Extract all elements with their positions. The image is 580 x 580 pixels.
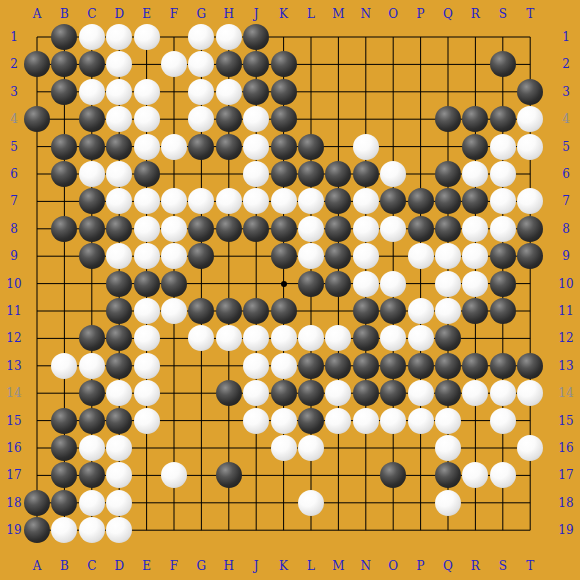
row-label-right: 4	[562, 113, 570, 125]
col-label-bottom: G	[197, 560, 207, 572]
stone-white[interactable]	[134, 106, 160, 132]
col-label-bottom: T	[526, 560, 534, 572]
stone-black[interactable]	[490, 298, 516, 324]
stone-black[interactable]	[79, 216, 105, 242]
row-label-left: 5	[10, 141, 18, 153]
stone-white[interactable]	[216, 325, 242, 351]
stone-black[interactable]	[51, 79, 77, 105]
col-label-bottom: C	[87, 560, 96, 572]
stone-white[interactable]	[271, 435, 297, 461]
row-label-left: 6	[10, 168, 18, 180]
stone-black[interactable]	[51, 134, 77, 160]
stone-white[interactable]	[435, 243, 461, 269]
row-label-right: 1	[562, 31, 570, 43]
stone-white[interactable]	[106, 161, 132, 187]
col-label-top: K	[279, 8, 288, 20]
stone-white[interactable]	[79, 353, 105, 379]
col-label-bottom: H	[224, 560, 234, 572]
stone-white[interactable]	[435, 271, 461, 297]
row-label-left: 19	[6, 524, 21, 536]
stone-black[interactable]	[106, 353, 132, 379]
stone-black[interactable]	[298, 161, 324, 187]
row-label-right: 6	[562, 168, 570, 180]
stone-black[interactable]	[216, 462, 242, 488]
stone-white[interactable]	[134, 243, 160, 269]
stone-black[interactable]	[517, 216, 543, 242]
stone-black[interactable]	[79, 134, 105, 160]
stone-black[interactable]	[106, 298, 132, 324]
stone-white[interactable]	[490, 188, 516, 214]
col-label-top: P	[417, 8, 425, 20]
stone-black[interactable]	[298, 134, 324, 160]
stone-black[interactable]	[271, 243, 297, 269]
stone-white[interactable]	[243, 134, 269, 160]
row-label-right: 11	[558, 305, 573, 317]
stone-black[interactable]	[216, 298, 242, 324]
row-label-right: 15	[558, 415, 573, 427]
stone-white[interactable]	[435, 490, 461, 516]
stone-white[interactable]	[79, 435, 105, 461]
stone-white[interactable]	[216, 24, 242, 50]
col-label-bottom: E	[142, 560, 151, 572]
row-label-right: 14	[558, 387, 573, 399]
stone-white[interactable]	[106, 490, 132, 516]
stone-white[interactable]	[243, 353, 269, 379]
stone-black[interactable]	[271, 161, 297, 187]
stone-white[interactable]	[408, 408, 434, 434]
row-label-right: 5	[562, 141, 570, 153]
stone-white[interactable]	[51, 353, 77, 379]
star-point	[281, 281, 287, 287]
stone-black[interactable]	[435, 380, 461, 406]
stone-white[interactable]	[161, 243, 187, 269]
row-label-left: 8	[10, 223, 18, 235]
stone-black[interactable]	[271, 216, 297, 242]
col-label-top: L	[307, 8, 315, 20]
stone-black[interactable]	[490, 271, 516, 297]
stone-white[interactable]	[134, 325, 160, 351]
col-label-bottom: N	[361, 560, 372, 572]
stone-white[interactable]	[353, 216, 379, 242]
stone-white[interactable]	[408, 298, 434, 324]
row-label-right: 17	[558, 469, 573, 481]
stone-white[interactable]	[517, 435, 543, 461]
stone-white[interactable]	[271, 325, 297, 351]
stone-white[interactable]	[216, 79, 242, 105]
stone-white[interactable]	[134, 24, 160, 50]
stone-white[interactable]	[408, 380, 434, 406]
stone-black[interactable]	[298, 380, 324, 406]
stone-white[interactable]	[134, 134, 160, 160]
stone-white[interactable]	[79, 79, 105, 105]
row-label-left: 17	[6, 469, 21, 481]
stone-black[interactable]	[325, 271, 351, 297]
row-label-left: 4	[10, 113, 18, 125]
stone-black[interactable]	[271, 298, 297, 324]
stone-white[interactable]	[134, 298, 160, 324]
row-label-right: 3	[562, 86, 570, 98]
stone-white[interactable]	[243, 408, 269, 434]
stone-black[interactable]	[51, 216, 77, 242]
stone-black[interactable]	[106, 408, 132, 434]
stone-white[interactable]	[490, 161, 516, 187]
row-label-left: 18	[6, 497, 21, 509]
stone-white[interactable]	[106, 24, 132, 50]
row-label-left: 9	[10, 250, 18, 262]
col-label-bottom: K	[279, 560, 288, 572]
col-label-top: H	[224, 8, 234, 20]
stone-white[interactable]	[408, 243, 434, 269]
stone-black[interactable]	[106, 271, 132, 297]
col-label-top: A	[33, 8, 42, 20]
row-label-left: 7	[10, 195, 18, 207]
stone-black[interactable]	[106, 216, 132, 242]
row-label-left: 1	[10, 31, 18, 43]
row-label-left: 15	[6, 415, 21, 427]
stone-white[interactable]	[353, 134, 379, 160]
stone-black[interactable]	[216, 51, 242, 77]
stone-black[interactable]	[353, 325, 379, 351]
stone-black[interactable]	[79, 380, 105, 406]
col-label-top: J	[254, 8, 259, 20]
stone-white[interactable]	[79, 24, 105, 50]
stone-white[interactable]	[462, 216, 488, 242]
stone-white[interactable]	[188, 79, 214, 105]
row-label-left: 10	[6, 278, 21, 290]
stone-white[interactable]	[271, 353, 297, 379]
stone-black[interactable]	[243, 298, 269, 324]
goban[interactable]: AABBCCDDEEFFGGHHJJKKLLMMNNOOPPQQRRSSTT11…	[0, 0, 580, 580]
stone-black[interactable]	[353, 298, 379, 324]
stone-white[interactable]	[435, 408, 461, 434]
stone-black[interactable]	[325, 353, 351, 379]
col-label-bottom: R	[471, 560, 480, 572]
stone-black[interactable]	[79, 188, 105, 214]
stone-black[interactable]	[298, 271, 324, 297]
stone-white[interactable]	[134, 216, 160, 242]
stone-white[interactable]	[134, 380, 160, 406]
col-label-bottom: F	[170, 560, 178, 572]
col-label-top: R	[471, 8, 480, 20]
row-label-left: 16	[6, 442, 21, 454]
col-label-top: C	[87, 8, 96, 20]
stone-white[interactable]	[435, 435, 461, 461]
stone-black[interactable]	[490, 51, 516, 77]
stone-black[interactable]	[271, 106, 297, 132]
stone-white[interactable]	[435, 298, 461, 324]
row-label-right: 19	[558, 524, 573, 536]
stone-white[interactable]	[490, 134, 516, 160]
stone-black[interactable]	[462, 134, 488, 160]
stone-black[interactable]	[51, 408, 77, 434]
stone-black[interactable]	[435, 216, 461, 242]
stone-white[interactable]	[517, 134, 543, 160]
stone-black[interactable]	[188, 216, 214, 242]
stone-white[interactable]	[490, 380, 516, 406]
stone-white[interactable]	[462, 271, 488, 297]
stone-black[interactable]	[134, 271, 160, 297]
row-label-left: 11	[6, 305, 21, 317]
row-label-right: 8	[562, 223, 570, 235]
stone-black[interactable]	[79, 462, 105, 488]
row-label-right: 7	[562, 195, 570, 207]
row-label-right: 2	[562, 58, 570, 70]
col-label-top: E	[142, 8, 151, 20]
col-label-bottom: B	[60, 560, 69, 572]
stone-black[interactable]	[243, 24, 269, 50]
col-label-bottom: L	[307, 560, 315, 572]
stone-white[interactable]	[79, 161, 105, 187]
row-label-right: 16	[558, 442, 573, 454]
col-label-bottom: Q	[443, 560, 453, 572]
col-label-bottom: O	[388, 560, 398, 572]
row-label-left: 3	[10, 86, 18, 98]
stone-white[interactable]	[161, 134, 187, 160]
stone-black[interactable]	[462, 353, 488, 379]
stone-black[interactable]	[216, 106, 242, 132]
stone-white[interactable]	[106, 435, 132, 461]
row-label-left: 2	[10, 58, 18, 70]
stone-black[interactable]	[490, 353, 516, 379]
stone-black[interactable]	[79, 243, 105, 269]
stone-white[interactable]	[271, 408, 297, 434]
stone-white[interactable]	[298, 216, 324, 242]
stone-white[interactable]	[216, 188, 242, 214]
stone-black[interactable]	[408, 353, 434, 379]
col-label-top: D	[114, 8, 124, 20]
stone-black[interactable]	[24, 517, 50, 543]
col-label-bottom: S	[499, 560, 507, 572]
stone-white[interactable]	[380, 271, 406, 297]
stone-white[interactable]	[134, 408, 160, 434]
stone-black[interactable]	[380, 353, 406, 379]
stone-black[interactable]	[435, 353, 461, 379]
stone-black[interactable]	[353, 161, 379, 187]
col-label-bottom: J	[254, 560, 259, 572]
stone-black[interactable]	[216, 216, 242, 242]
stone-black[interactable]	[79, 325, 105, 351]
stone-black[interactable]	[51, 490, 77, 516]
stone-black[interactable]	[435, 161, 461, 187]
col-label-top: S	[499, 8, 507, 20]
stone-black[interactable]	[161, 271, 187, 297]
stone-white[interactable]	[325, 408, 351, 434]
stone-black[interactable]	[408, 188, 434, 214]
stone-black[interactable]	[79, 51, 105, 77]
col-label-bottom: D	[114, 560, 124, 572]
stone-white[interactable]	[353, 271, 379, 297]
col-label-top: Q	[443, 8, 453, 20]
stone-white[interactable]	[490, 408, 516, 434]
stone-black[interactable]	[79, 408, 105, 434]
stone-white[interactable]	[298, 243, 324, 269]
stone-white[interactable]	[161, 298, 187, 324]
col-label-top: G	[197, 8, 207, 20]
stone-black[interactable]	[517, 79, 543, 105]
stone-black[interactable]	[243, 216, 269, 242]
col-label-top: M	[332, 8, 344, 20]
stone-white[interactable]	[353, 188, 379, 214]
row-label-left: 12	[6, 332, 21, 344]
stone-white[interactable]	[79, 517, 105, 543]
stone-white[interactable]	[134, 188, 160, 214]
stone-white[interactable]	[490, 462, 516, 488]
stone-white[interactable]	[298, 435, 324, 461]
stone-white[interactable]	[380, 408, 406, 434]
stone-black[interactable]	[517, 353, 543, 379]
stone-black[interactable]	[435, 106, 461, 132]
stone-black[interactable]	[353, 380, 379, 406]
stone-black[interactable]	[188, 134, 214, 160]
row-label-right: 13	[558, 360, 573, 372]
col-label-top: T	[526, 8, 534, 20]
stone-white[interactable]	[408, 325, 434, 351]
col-label-bottom: M	[332, 560, 344, 572]
stone-black[interactable]	[79, 106, 105, 132]
row-label-left: 14	[6, 387, 21, 399]
stone-black[interactable]	[271, 380, 297, 406]
stone-black[interactable]	[325, 216, 351, 242]
stone-white[interactable]	[79, 490, 105, 516]
row-label-right: 9	[562, 250, 570, 262]
col-label-bottom: A	[33, 560, 42, 572]
stone-white[interactable]	[298, 490, 324, 516]
stone-black[interactable]	[216, 134, 242, 160]
stone-black[interactable]	[134, 161, 160, 187]
col-label-top: O	[388, 8, 398, 20]
stone-white[interactable]	[490, 216, 516, 242]
stone-black[interactable]	[298, 353, 324, 379]
stone-white[interactable]	[271, 188, 297, 214]
stone-black[interactable]	[243, 79, 269, 105]
stone-black[interactable]	[490, 106, 516, 132]
stone-black[interactable]	[271, 134, 297, 160]
stone-white[interactable]	[243, 161, 269, 187]
col-label-top: B	[60, 8, 69, 20]
row-label-right: 12	[558, 332, 573, 344]
stone-black[interactable]	[271, 79, 297, 105]
stone-white[interactable]	[161, 216, 187, 242]
stone-white[interactable]	[134, 353, 160, 379]
stone-black[interactable]	[24, 106, 50, 132]
col-label-top: F	[170, 8, 178, 20]
stone-black[interactable]	[271, 51, 297, 77]
stone-white[interactable]	[353, 243, 379, 269]
stone-white[interactable]	[380, 161, 406, 187]
stone-black[interactable]	[408, 216, 434, 242]
stone-white[interactable]	[353, 408, 379, 434]
stone-black[interactable]	[490, 243, 516, 269]
stone-white[interactable]	[134, 79, 160, 105]
stone-black[interactable]	[380, 298, 406, 324]
stone-white[interactable]	[380, 216, 406, 242]
row-label-right: 10	[558, 278, 573, 290]
stone-black[interactable]	[353, 353, 379, 379]
stone-black[interactable]	[298, 408, 324, 434]
stone-black[interactable]	[216, 380, 242, 406]
col-label-top: N	[361, 8, 372, 20]
stone-white[interactable]	[106, 79, 132, 105]
row-label-left: 13	[6, 360, 21, 372]
stone-black[interactable]	[24, 490, 50, 516]
col-label-bottom: P	[417, 560, 425, 572]
row-label-right: 18	[558, 497, 573, 509]
stone-black[interactable]	[106, 134, 132, 160]
